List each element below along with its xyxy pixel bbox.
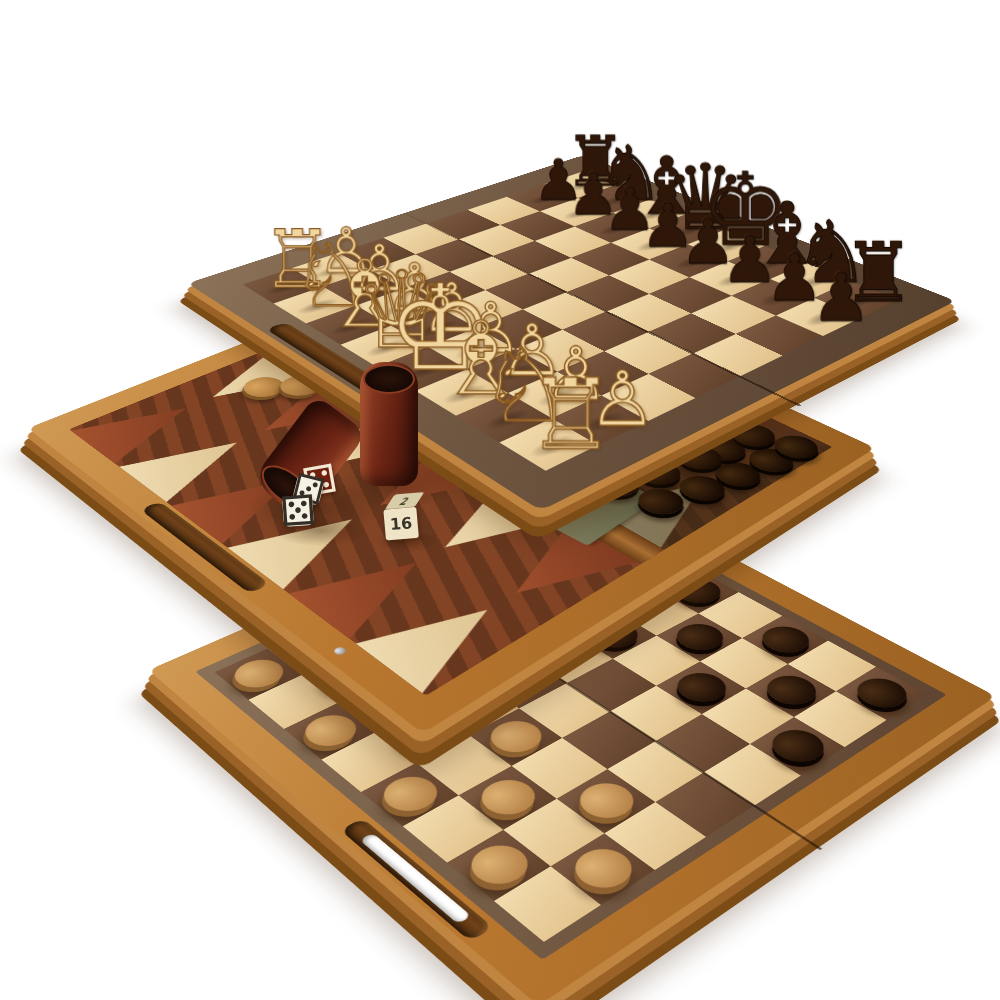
product-photo-3in1-game-set: { "scene": { "background": "#ffffff", "d… — [0, 0, 1000, 1000]
dice-cup-mouth — [363, 364, 415, 394]
doubling-cube: 2 16 — [382, 492, 423, 540]
doubling-cube-top-face: 2 — [385, 492, 425, 510]
die-face-glyph: ⚄ — [279, 489, 317, 532]
die-white-5: ⚄ — [282, 495, 314, 527]
doubling-cube-front-face: 16 — [383, 507, 419, 541]
doubling-cube-top-value: 2 — [397, 495, 412, 507]
dice-cup-standing — [360, 362, 418, 486]
backgammon-accessories: ⚃⚂⚄ 2 16 — [0, 0, 1000, 1000]
doubling-cube-front-value: 16 — [389, 513, 413, 534]
